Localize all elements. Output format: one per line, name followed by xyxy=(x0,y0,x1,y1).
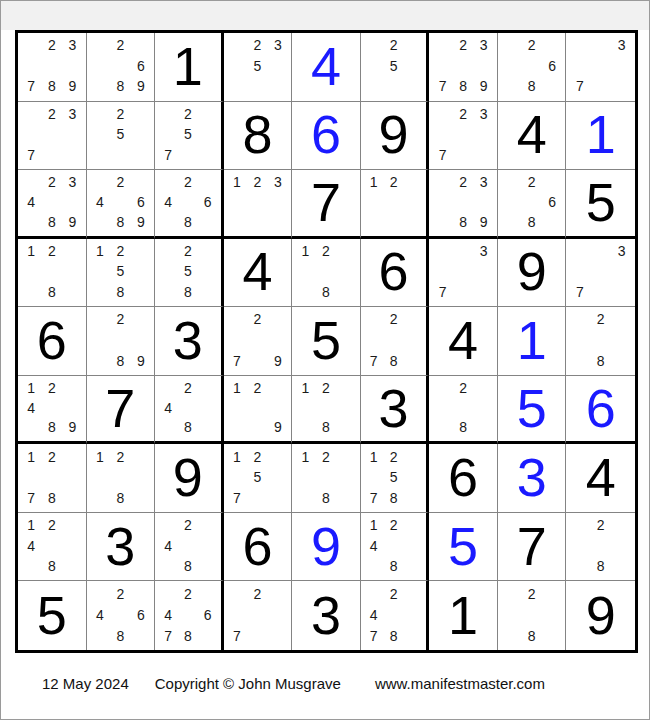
cell-r3c2[interactable]: 24689 xyxy=(87,170,156,239)
cell-r9c4[interactable]: 27 xyxy=(224,581,293,650)
candidate-3: 3 xyxy=(473,172,494,192)
candidate-1 xyxy=(90,35,111,56)
candidate-6 xyxy=(268,56,289,77)
candidate-6 xyxy=(62,467,83,488)
candidate-1 xyxy=(432,35,453,56)
candidate-8: 8 xyxy=(453,76,474,97)
cell-r6c1[interactable]: 12489 xyxy=(18,376,87,445)
cell-r4c4[interactable]: 4 xyxy=(224,239,293,308)
candidate-1 xyxy=(158,104,178,125)
candidate-9 xyxy=(198,625,218,646)
candidate-9 xyxy=(403,76,423,97)
candidate-9 xyxy=(131,145,152,166)
candidate-4 xyxy=(569,261,590,282)
cell-r3c3[interactable]: 2468 xyxy=(155,170,224,239)
candidate-9 xyxy=(268,212,289,232)
cell-r7c6[interactable]: 12578 xyxy=(361,444,430,513)
candidate-6 xyxy=(473,56,494,77)
given-digit: 3 xyxy=(311,588,341,644)
cell-r8c2[interactable]: 3 xyxy=(87,513,156,582)
cell-r9c6[interactable]: 2478 xyxy=(361,581,430,650)
cell-r1c6[interactable]: 25 xyxy=(361,33,430,102)
candidate-5 xyxy=(42,261,63,282)
cell-r7c9[interactable]: 4 xyxy=(566,444,635,513)
given-digit: 4 xyxy=(586,450,616,506)
cell-r4c2[interactable]: 1258 xyxy=(87,239,156,308)
cell-r7c1[interactable]: 1278 xyxy=(18,444,87,513)
candidate-3 xyxy=(131,309,152,330)
cell-r3c8[interactable]: 268 xyxy=(498,170,567,239)
candidate-1 xyxy=(158,172,178,192)
candidate-9 xyxy=(473,145,494,166)
candidate-5 xyxy=(521,192,542,212)
candidate-6 xyxy=(403,604,423,625)
candidate-grid: 25 xyxy=(87,102,155,170)
cell-r7c2[interactable]: 128 xyxy=(87,444,156,513)
candidate-grid: 248 xyxy=(155,376,221,442)
candidate-grid: 248 xyxy=(155,513,221,581)
cell-r9c5[interactable]: 3 xyxy=(292,581,361,650)
candidate-5 xyxy=(247,604,268,625)
candidate-9: 9 xyxy=(473,212,494,232)
cell-r8c7[interactable]: 5 xyxy=(429,513,498,582)
candidate-6 xyxy=(611,330,632,351)
candidate-3 xyxy=(131,446,152,467)
candidate-8: 8 xyxy=(590,350,611,371)
cell-r5c2[interactable]: 289 xyxy=(87,307,156,376)
cell-r1c3[interactable]: 1 xyxy=(155,33,224,102)
candidate-7 xyxy=(90,487,111,508)
candidate-7: 7 xyxy=(21,487,42,508)
candidate-6: 6 xyxy=(542,192,563,212)
cell-r6c8[interactable]: 5 xyxy=(498,376,567,445)
candidate-7: 7 xyxy=(569,282,590,303)
given-digit: 5 xyxy=(586,175,616,231)
candidate-3 xyxy=(473,378,494,398)
candidate-1 xyxy=(501,172,522,192)
candidate-5 xyxy=(42,56,63,77)
solved-digit: 5 xyxy=(448,519,478,575)
cell-r6c5[interactable]: 128 xyxy=(292,376,361,445)
candidate-1: 1 xyxy=(90,241,111,262)
cell-r6c3[interactable]: 248 xyxy=(155,376,224,445)
candidate-5 xyxy=(590,330,611,351)
candidate-3 xyxy=(131,104,152,125)
solved-digit: 1 xyxy=(586,107,616,163)
given-digit: 6 xyxy=(242,519,272,575)
candidate-5: 5 xyxy=(247,56,268,77)
candidate-grid: 28 xyxy=(566,513,635,581)
candidate-5 xyxy=(42,124,63,145)
candidate-grid: 23789 xyxy=(429,33,497,101)
candidate-2: 2 xyxy=(247,35,268,56)
candidate-4 xyxy=(90,56,111,77)
candidate-4 xyxy=(501,192,522,212)
candidate-4 xyxy=(21,124,42,145)
candidate-grid: 12578 xyxy=(361,444,427,512)
candidate-5 xyxy=(316,467,337,488)
candidate-5 xyxy=(178,192,198,212)
candidate-1: 1 xyxy=(227,446,248,467)
candidate-6 xyxy=(198,261,218,282)
candidate-7 xyxy=(501,76,522,97)
candidate-6 xyxy=(198,535,218,556)
candidate-2: 2 xyxy=(42,515,63,536)
solved-digit: 9 xyxy=(311,519,341,575)
candidate-7 xyxy=(432,417,453,437)
cell-r2c2[interactable]: 25 xyxy=(87,102,156,171)
cell-r6c4[interactable]: 129 xyxy=(224,376,293,445)
cell-r4c7[interactable]: 37 xyxy=(429,239,498,308)
candidate-9 xyxy=(62,556,83,577)
candidate-9 xyxy=(336,282,357,303)
candidate-7 xyxy=(90,282,111,303)
candidate-9 xyxy=(611,282,632,303)
sudoku-page: 2378926891235425237892683723725257869237… xyxy=(0,0,650,720)
cell-r2c7[interactable]: 237 xyxy=(429,102,498,171)
candidate-3 xyxy=(268,309,289,330)
candidate-4 xyxy=(21,56,42,77)
solved-digit: 1 xyxy=(517,313,547,369)
candidate-8 xyxy=(247,76,268,97)
candidate-2: 2 xyxy=(42,241,63,262)
candidate-6 xyxy=(62,398,83,418)
cell-r4c8[interactable]: 9 xyxy=(498,239,567,308)
cell-r1c7[interactable]: 23789 xyxy=(429,33,498,102)
cell-r5c1[interactable]: 6 xyxy=(18,307,87,376)
candidate-3 xyxy=(131,583,152,604)
candidate-3 xyxy=(198,515,218,536)
cell-r8c1[interactable]: 1248 xyxy=(18,513,87,582)
candidate-7: 7 xyxy=(227,487,248,508)
candidate-grid: 37 xyxy=(429,239,497,307)
candidate-7: 7 xyxy=(21,145,42,166)
cell-r9c7[interactable]: 1 xyxy=(429,581,498,650)
candidate-3: 3 xyxy=(268,172,289,192)
candidate-6 xyxy=(131,261,152,282)
candidate-8: 8 xyxy=(384,350,404,371)
cell-r6c9[interactable]: 6 xyxy=(566,376,635,445)
given-digit: 6 xyxy=(448,450,478,506)
cell-r9c1[interactable]: 5 xyxy=(18,581,87,650)
candidate-6 xyxy=(268,467,289,488)
cell-r1c2[interactable]: 2689 xyxy=(87,33,156,102)
candidate-6 xyxy=(198,398,218,418)
candidate-8 xyxy=(590,282,611,303)
candidate-4: 4 xyxy=(21,535,42,556)
cell-r3c1[interactable]: 23489 xyxy=(18,170,87,239)
candidate-8: 8 xyxy=(42,556,63,577)
candidate-3 xyxy=(198,172,218,192)
candidate-1: 1 xyxy=(227,378,248,398)
cell-r8c5[interactable]: 9 xyxy=(292,513,361,582)
cell-r9c8[interactable]: 28 xyxy=(498,581,567,650)
solved-digit: 6 xyxy=(311,107,341,163)
candidate-8: 8 xyxy=(316,417,337,437)
candidate-4: 4 xyxy=(158,192,178,212)
candidate-5: 5 xyxy=(178,261,198,282)
candidate-5 xyxy=(521,604,542,625)
candidate-grid: 25 xyxy=(361,33,427,101)
given-digit: 9 xyxy=(586,588,616,644)
candidate-4: 4 xyxy=(364,604,384,625)
candidate-5 xyxy=(110,604,131,625)
cell-r2c1[interactable]: 237 xyxy=(18,102,87,171)
cell-r4c3[interactable]: 258 xyxy=(155,239,224,308)
candidate-9: 9 xyxy=(131,76,152,97)
candidate-2 xyxy=(453,241,474,262)
candidate-6 xyxy=(131,467,152,488)
candidate-grid: 28 xyxy=(566,307,635,375)
candidate-8: 8 xyxy=(42,282,63,303)
candidate-8: 8 xyxy=(110,282,131,303)
solved-digit: 6 xyxy=(586,381,616,437)
candidate-6 xyxy=(62,56,83,77)
candidate-4 xyxy=(364,56,384,77)
candidate-1 xyxy=(432,172,453,192)
candidate-7: 7 xyxy=(21,76,42,97)
candidate-7: 7 xyxy=(432,282,453,303)
candidate-6: 6 xyxy=(198,192,218,212)
candidate-4 xyxy=(21,467,42,488)
candidate-6: 6 xyxy=(131,192,152,212)
candidate-3 xyxy=(268,583,289,604)
candidate-3 xyxy=(62,241,83,262)
candidate-5 xyxy=(316,398,337,418)
candidate-4 xyxy=(569,56,590,77)
cell-r2c8[interactable]: 4 xyxy=(498,102,567,171)
candidate-7 xyxy=(90,625,111,646)
candidate-8: 8 xyxy=(521,212,542,232)
candidate-grid: 1248 xyxy=(18,513,86,581)
candidate-grid: 2468 xyxy=(155,170,221,236)
candidate-3 xyxy=(268,378,289,398)
candidate-3: 3 xyxy=(473,35,494,56)
given-digit: 3 xyxy=(379,381,409,437)
cell-r7c5[interactable]: 128 xyxy=(292,444,361,513)
candidate-1 xyxy=(90,172,111,192)
candidate-grid: 1248 xyxy=(361,513,427,581)
candidate-9 xyxy=(268,76,289,97)
cell-r1c5[interactable]: 4 xyxy=(292,33,361,102)
candidate-1: 1 xyxy=(21,378,42,398)
cell-r4c9[interactable]: 37 xyxy=(566,239,635,308)
candidate-grid: 2468 xyxy=(87,581,155,650)
candidate-1: 1 xyxy=(21,241,42,262)
candidate-grid: 37 xyxy=(566,239,635,307)
candidate-grid: 2689 xyxy=(87,33,155,101)
cell-r2c3[interactable]: 257 xyxy=(155,102,224,171)
cell-r5c7[interactable]: 4 xyxy=(429,307,498,376)
cell-r9c2[interactable]: 2468 xyxy=(87,581,156,650)
candidate-9 xyxy=(542,76,563,97)
candidate-9 xyxy=(131,487,152,508)
candidate-9: 9 xyxy=(268,350,289,371)
given-digit: 3 xyxy=(173,313,203,369)
cell-r6c2[interactable]: 7 xyxy=(87,376,156,445)
candidate-4 xyxy=(569,330,590,351)
candidate-grid: 268 xyxy=(498,33,566,101)
cell-r7c3[interactable]: 9 xyxy=(155,444,224,513)
candidate-grid: 37 xyxy=(566,33,635,101)
cell-r9c3[interactable]: 24678 xyxy=(155,581,224,650)
candidate-8: 8 xyxy=(42,212,63,232)
candidate-7 xyxy=(90,76,111,97)
candidate-5 xyxy=(384,192,404,212)
candidate-1 xyxy=(569,35,590,56)
candidate-7 xyxy=(501,625,522,646)
candidate-4: 4 xyxy=(158,604,178,625)
cell-r1c8[interactable]: 268 xyxy=(498,33,567,102)
candidate-2: 2 xyxy=(316,446,337,467)
candidate-7 xyxy=(158,212,178,232)
candidate-grid: 12 xyxy=(361,170,427,236)
cell-r6c6[interactable]: 3 xyxy=(361,376,430,445)
cell-r4c6[interactable]: 6 xyxy=(361,239,430,308)
candidate-4: 4 xyxy=(364,535,384,556)
candidate-6 xyxy=(473,261,494,282)
candidate-4 xyxy=(364,330,384,351)
solved-digit: 5 xyxy=(517,381,547,437)
candidate-2: 2 xyxy=(521,583,542,604)
sudoku-board: 2378926891235425237892683723725257869237… xyxy=(15,30,638,653)
candidate-7 xyxy=(227,76,248,97)
candidate-8: 8 xyxy=(384,625,404,646)
cell-r7c4[interactable]: 1257 xyxy=(224,444,293,513)
cell-r9c9[interactable]: 9 xyxy=(566,581,635,650)
cell-r6c7[interactable]: 28 xyxy=(429,376,498,445)
candidate-6 xyxy=(268,330,289,351)
candidate-grid: 23789 xyxy=(18,33,86,101)
candidate-9 xyxy=(62,282,83,303)
cell-r3c9[interactable]: 5 xyxy=(566,170,635,239)
cell-r8c4[interactable]: 6 xyxy=(224,513,293,582)
candidate-7 xyxy=(501,212,522,232)
candidate-grid: 123 xyxy=(224,170,292,236)
candidate-9 xyxy=(611,556,632,577)
footer-website: www.manifestmaster.com xyxy=(375,675,545,692)
candidate-7: 7 xyxy=(364,625,384,646)
candidate-3 xyxy=(198,104,218,125)
candidate-9: 9 xyxy=(473,76,494,97)
cell-r5c9[interactable]: 28 xyxy=(566,307,635,376)
cell-r8c8[interactable]: 7 xyxy=(498,513,567,582)
candidate-4 xyxy=(158,124,178,145)
candidate-3 xyxy=(198,241,218,262)
candidate-2: 2 xyxy=(247,378,268,398)
candidate-grid: 128 xyxy=(18,239,86,307)
cell-r3c6[interactable]: 12 xyxy=(361,170,430,239)
candidate-7 xyxy=(227,212,248,232)
candidate-grid: 24678 xyxy=(155,581,221,650)
cell-r4c5[interactable]: 128 xyxy=(292,239,361,308)
given-digit: 1 xyxy=(173,39,203,95)
cell-r5c6[interactable]: 278 xyxy=(361,307,430,376)
candidate-grid: 257 xyxy=(155,102,221,170)
cell-r2c6[interactable]: 9 xyxy=(361,102,430,171)
cell-r2c5[interactable]: 6 xyxy=(292,102,361,171)
cell-r8c9[interactable]: 28 xyxy=(566,513,635,582)
cell-r4c1[interactable]: 128 xyxy=(18,239,87,308)
candidate-3 xyxy=(542,172,563,192)
candidate-9 xyxy=(403,487,423,508)
candidate-5 xyxy=(453,261,474,282)
cell-r8c6[interactable]: 1248 xyxy=(361,513,430,582)
candidate-8: 8 xyxy=(42,76,63,97)
candidate-5 xyxy=(178,398,198,418)
cell-r5c8[interactable]: 1 xyxy=(498,307,567,376)
cell-r5c3[interactable]: 3 xyxy=(155,307,224,376)
candidate-2: 2 xyxy=(384,309,404,330)
candidate-3 xyxy=(198,378,218,398)
candidate-9: 9 xyxy=(131,212,152,232)
given-digit: 4 xyxy=(517,107,547,163)
candidate-grid: 235 xyxy=(224,33,292,101)
candidate-8: 8 xyxy=(178,282,198,303)
candidate-2: 2 xyxy=(178,378,198,398)
candidate-2: 2 xyxy=(42,104,63,125)
candidate-2: 2 xyxy=(247,583,268,604)
candidate-8 xyxy=(384,212,404,232)
cell-r3c5[interactable]: 7 xyxy=(292,170,361,239)
candidate-9 xyxy=(131,282,152,303)
cell-r5c5[interactable]: 5 xyxy=(292,307,361,376)
candidate-6 xyxy=(611,261,632,282)
candidate-grid: 27 xyxy=(224,581,292,650)
candidate-3 xyxy=(611,309,632,330)
candidate-5 xyxy=(42,398,63,418)
candidate-1 xyxy=(227,35,248,56)
candidate-4 xyxy=(432,261,453,282)
cell-r2c4[interactable]: 8 xyxy=(224,102,293,171)
cell-r1c4[interactable]: 235 xyxy=(224,33,293,102)
candidate-1 xyxy=(21,35,42,56)
candidate-9 xyxy=(62,487,83,508)
candidate-6 xyxy=(198,124,218,145)
cell-r5c4[interactable]: 279 xyxy=(224,307,293,376)
candidate-5 xyxy=(384,330,404,351)
cell-r3c4[interactable]: 123 xyxy=(224,170,293,239)
candidate-4 xyxy=(90,330,111,351)
candidate-6 xyxy=(473,192,494,212)
candidate-5 xyxy=(384,535,404,556)
candidate-2: 2 xyxy=(590,309,611,330)
candidate-2: 2 xyxy=(178,515,198,536)
candidate-3 xyxy=(131,241,152,262)
candidate-2: 2 xyxy=(384,172,404,192)
cell-r1c1[interactable]: 23789 xyxy=(18,33,87,102)
candidate-grid: 237 xyxy=(18,102,86,170)
cell-r7c7[interactable]: 6 xyxy=(429,444,498,513)
candidate-8: 8 xyxy=(42,487,63,508)
candidate-7 xyxy=(364,212,384,232)
cell-r7c8[interactable]: 3 xyxy=(498,444,567,513)
given-digit: 9 xyxy=(517,244,547,300)
candidate-9 xyxy=(268,487,289,508)
candidate-8: 8 xyxy=(110,625,131,646)
cell-r3c7[interactable]: 2389 xyxy=(429,170,498,239)
candidate-5 xyxy=(247,398,268,418)
candidate-8: 8 xyxy=(453,212,474,232)
candidate-6: 6 xyxy=(542,56,563,77)
cell-r2c9[interactable]: 1 xyxy=(566,102,635,171)
candidate-grid: 1278 xyxy=(18,444,86,512)
candidate-2: 2 xyxy=(384,446,404,467)
cell-r8c3[interactable]: 248 xyxy=(155,513,224,582)
candidate-3 xyxy=(403,35,423,56)
candidate-5: 5 xyxy=(110,124,131,145)
cell-r1c9[interactable]: 37 xyxy=(566,33,635,102)
